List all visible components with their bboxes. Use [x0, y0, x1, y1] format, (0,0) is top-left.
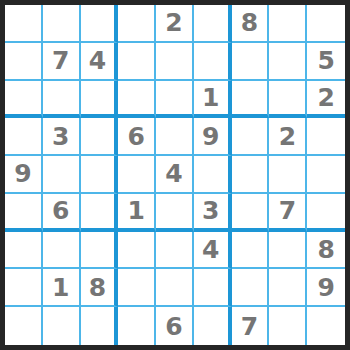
given-digit: 7	[241, 314, 258, 339]
given-digit: 4	[202, 237, 219, 262]
cell-r1c9-empty[interactable]	[307, 5, 345, 43]
given-digit: 6	[52, 198, 69, 223]
cell-r2c8-empty[interactable]	[269, 43, 307, 81]
cell-r1c5-given-2[interactable]: 2	[156, 5, 194, 43]
cell-r4c1-empty[interactable]	[5, 118, 43, 156]
given-digit: 8	[241, 10, 258, 35]
cell-r6c7-empty[interactable]	[232, 194, 270, 232]
given-digit: 2	[317, 85, 334, 110]
given-digit: 1	[128, 198, 145, 223]
cell-r5c6-empty[interactable]	[194, 156, 232, 194]
cell-r9c6-empty[interactable]	[194, 307, 232, 345]
cell-r5c7-empty[interactable]	[232, 156, 270, 194]
cell-r7c6-given-4[interactable]: 4	[194, 232, 232, 270]
cell-r4c4-given-6[interactable]: 6	[118, 118, 156, 156]
given-digit: 3	[202, 198, 219, 223]
cell-r8c4-empty[interactable]	[118, 269, 156, 307]
cell-r7c7-empty[interactable]	[232, 232, 270, 270]
sudoku-board: 287451236929461374818967	[0, 0, 350, 350]
cell-r6c2-given-6[interactable]: 6	[43, 194, 81, 232]
cell-r4c2-given-3[interactable]: 3	[43, 118, 81, 156]
cell-r1c3-empty[interactable]	[81, 5, 119, 43]
given-digit: 8	[317, 237, 334, 262]
given-digit: 5	[317, 48, 334, 73]
cell-r6c3-empty[interactable]	[81, 194, 119, 232]
cell-r5c1-given-9[interactable]: 9	[5, 156, 43, 194]
cell-r3c3-empty[interactable]	[81, 81, 119, 119]
cell-r5c5-given-4[interactable]: 4	[156, 156, 194, 194]
cell-r9c9-empty[interactable]	[307, 307, 345, 345]
cell-r1c8-empty[interactable]	[269, 5, 307, 43]
given-digit: 8	[89, 275, 106, 300]
cell-r7c2-empty[interactable]	[43, 232, 81, 270]
cell-r4c3-empty[interactable]	[81, 118, 119, 156]
cell-r8c5-empty[interactable]	[156, 269, 194, 307]
cell-r8c1-empty[interactable]	[5, 269, 43, 307]
cell-r3c1-empty[interactable]	[5, 81, 43, 119]
cell-r3c8-empty[interactable]	[269, 81, 307, 119]
cell-r7c8-empty[interactable]	[269, 232, 307, 270]
cell-r9c3-empty[interactable]	[81, 307, 119, 345]
cell-r7c5-empty[interactable]	[156, 232, 194, 270]
given-digit: 2	[165, 10, 182, 35]
given-digit: 9	[317, 275, 334, 300]
cell-r6c5-empty[interactable]	[156, 194, 194, 232]
cell-r3c6-given-1[interactable]: 1	[194, 81, 232, 119]
cell-r9c5-given-6[interactable]: 6	[156, 307, 194, 345]
cell-r9c8-empty[interactable]	[269, 307, 307, 345]
given-digit: 6	[128, 124, 145, 149]
cell-r1c2-empty[interactable]	[43, 5, 81, 43]
cell-r6c6-given-3[interactable]: 3	[194, 194, 232, 232]
cell-r7c1-empty[interactable]	[5, 232, 43, 270]
cell-r9c4-empty[interactable]	[118, 307, 156, 345]
cell-r5c9-empty[interactable]	[307, 156, 345, 194]
cell-r9c1-empty[interactable]	[5, 307, 43, 345]
given-digit: 4	[165, 161, 182, 186]
cell-r7c4-empty[interactable]	[118, 232, 156, 270]
cell-r4c9-empty[interactable]	[307, 118, 345, 156]
cell-r2c7-empty[interactable]	[232, 43, 270, 81]
cell-r1c6-empty[interactable]	[194, 5, 232, 43]
cell-r4c7-empty[interactable]	[232, 118, 270, 156]
given-digit: 1	[202, 85, 219, 110]
given-digit: 2	[279, 124, 296, 149]
cell-r2c6-empty[interactable]	[194, 43, 232, 81]
cell-r2c4-empty[interactable]	[118, 43, 156, 81]
cell-r2c2-given-7[interactable]: 7	[43, 43, 81, 81]
cell-r5c8-empty[interactable]	[269, 156, 307, 194]
cell-r1c7-given-8[interactable]: 8	[232, 5, 270, 43]
cell-r9c2-empty[interactable]	[43, 307, 81, 345]
cell-r2c3-given-4[interactable]: 4	[81, 43, 119, 81]
sudoku-screenshot: 287451236929461374818967	[0, 0, 350, 350]
cell-r1c4-empty[interactable]	[118, 5, 156, 43]
cell-r6c1-empty[interactable]	[5, 194, 43, 232]
cell-r3c5-empty[interactable]	[156, 81, 194, 119]
cell-r6c9-empty[interactable]	[307, 194, 345, 232]
cell-r2c5-empty[interactable]	[156, 43, 194, 81]
cell-r7c9-given-8[interactable]: 8	[307, 232, 345, 270]
cell-r5c4-empty[interactable]	[118, 156, 156, 194]
cell-r8c9-given-9[interactable]: 9	[307, 269, 345, 307]
given-digit: 1	[52, 275, 69, 300]
given-digit: 7	[279, 198, 296, 223]
cell-r2c1-empty[interactable]	[5, 43, 43, 81]
given-digit: 4	[89, 48, 106, 73]
cell-r5c2-empty[interactable]	[43, 156, 81, 194]
cell-r1c1-empty[interactable]	[5, 5, 43, 43]
given-digit: 7	[52, 48, 69, 73]
cell-r8c3-given-8[interactable]: 8	[81, 269, 119, 307]
cell-r6c4-given-1[interactable]: 1	[118, 194, 156, 232]
cell-r8c8-empty[interactable]	[269, 269, 307, 307]
cell-r7c3-empty[interactable]	[81, 232, 119, 270]
cell-r8c2-given-1[interactable]: 1	[43, 269, 81, 307]
cell-r4c5-empty[interactable]	[156, 118, 194, 156]
cell-r3c2-empty[interactable]	[43, 81, 81, 119]
cell-r3c4-empty[interactable]	[118, 81, 156, 119]
cell-r6c8-given-7[interactable]: 7	[269, 194, 307, 232]
given-digit: 9	[202, 124, 219, 149]
cell-r8c7-empty[interactable]	[232, 269, 270, 307]
cell-r8c6-empty[interactable]	[194, 269, 232, 307]
cell-r9c7-given-7[interactable]: 7	[232, 307, 270, 345]
given-digit: 6	[165, 314, 182, 339]
cell-r4c8-given-2[interactable]: 2	[269, 118, 307, 156]
given-digit: 9	[14, 161, 31, 186]
cell-r3c7-empty[interactable]	[232, 81, 270, 119]
cell-r5c3-empty[interactable]	[81, 156, 119, 194]
given-digit: 3	[52, 124, 69, 149]
cell-r4c6-given-9[interactable]: 9	[194, 118, 232, 156]
cell-r2c9-given-5[interactable]: 5	[307, 43, 345, 81]
cell-r3c9-given-2[interactable]: 2	[307, 81, 345, 119]
